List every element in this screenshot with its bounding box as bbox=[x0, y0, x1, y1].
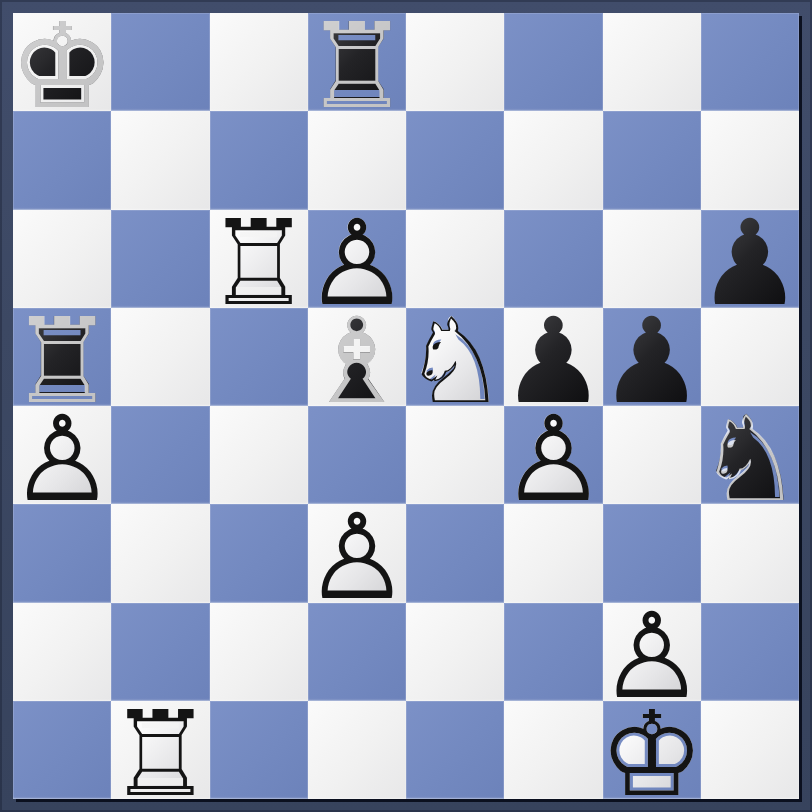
square-g8[interactable] bbox=[603, 13, 701, 111]
square-h3[interactable] bbox=[701, 504, 799, 602]
square-a3[interactable] bbox=[13, 504, 111, 602]
square-a1[interactable] bbox=[13, 701, 111, 799]
square-a5[interactable]: ♜♖ bbox=[13, 308, 111, 406]
square-f6[interactable] bbox=[504, 210, 602, 308]
rook-fill-layer: ♜ bbox=[13, 312, 111, 410]
square-d2[interactable] bbox=[308, 603, 406, 701]
knight-outline-layer: ♘ bbox=[701, 410, 799, 508]
black-pawn[interactable]: ♟♙ bbox=[603, 308, 701, 406]
square-f3[interactable] bbox=[504, 504, 602, 602]
rook-fill-layer: ♜ bbox=[308, 17, 406, 115]
knight-outline-layer: ♘ bbox=[406, 312, 504, 410]
rook-outline-layer: ♖ bbox=[308, 17, 406, 115]
knight-fill-layer: ♞ bbox=[406, 312, 504, 410]
bishop-fill-layer: ♝ bbox=[308, 312, 406, 410]
black-pawn[interactable]: ♟♙ bbox=[701, 210, 799, 308]
black-rook[interactable]: ♜♖ bbox=[308, 13, 406, 111]
pawn-outline-layer: ♙ bbox=[13, 410, 111, 508]
square-b1[interactable]: ♜♖ bbox=[111, 701, 209, 799]
square-g2[interactable]: ♟♙ bbox=[603, 603, 701, 701]
king-fill-layer: ♚ bbox=[13, 17, 111, 115]
white-rook[interactable]: ♜♖ bbox=[111, 701, 209, 799]
square-d7[interactable] bbox=[308, 111, 406, 209]
square-f8[interactable] bbox=[504, 13, 602, 111]
square-c4[interactable] bbox=[210, 406, 308, 504]
rook-fill-layer: ♜ bbox=[210, 214, 308, 312]
chess-board: ♚♔♜♖♜♖♟♙♟♙♜♖♝♗♞♘♟♙♟♙♟♙♟♙♞♘♟♙♟♙♜♖♚♔ bbox=[13, 13, 799, 799]
pawn-outline-layer: ♙ bbox=[504, 410, 602, 508]
chess-board-frame: ♚♔♜♖♜♖♟♙♟♙♜♖♝♗♞♘♟♙♟♙♟♙♟♙♞♘♟♙♟♙♜♖♚♔ bbox=[0, 0, 812, 812]
square-b8[interactable] bbox=[111, 13, 209, 111]
square-a4[interactable]: ♟♙ bbox=[13, 406, 111, 504]
pawn-fill-layer: ♟ bbox=[308, 214, 406, 312]
square-e8[interactable] bbox=[406, 13, 504, 111]
square-c8[interactable] bbox=[210, 13, 308, 111]
square-d6[interactable]: ♟♙ bbox=[308, 210, 406, 308]
square-g6[interactable] bbox=[603, 210, 701, 308]
square-e1[interactable] bbox=[406, 701, 504, 799]
square-c3[interactable] bbox=[210, 504, 308, 602]
square-d3[interactable]: ♟♙ bbox=[308, 504, 406, 602]
square-f2[interactable] bbox=[504, 603, 602, 701]
bishop-outline-layer: ♗ bbox=[308, 312, 406, 410]
square-a7[interactable] bbox=[13, 111, 111, 209]
pawn-fill-layer: ♟ bbox=[603, 312, 701, 410]
square-h6[interactable]: ♟♙ bbox=[701, 210, 799, 308]
square-g3[interactable] bbox=[603, 504, 701, 602]
pawn-outline-layer: ♙ bbox=[603, 607, 701, 705]
square-f5[interactable]: ♟♙ bbox=[504, 308, 602, 406]
square-h2[interactable] bbox=[701, 603, 799, 701]
white-pawn[interactable]: ♟♙ bbox=[504, 406, 602, 504]
square-c5[interactable] bbox=[210, 308, 308, 406]
king-outline-layer: ♔ bbox=[603, 705, 701, 803]
king-fill-layer: ♚ bbox=[603, 705, 701, 803]
white-knight[interactable]: ♞♘ bbox=[406, 308, 504, 406]
black-bishop[interactable]: ♝♗ bbox=[308, 308, 406, 406]
square-a8[interactable]: ♚♔ bbox=[13, 13, 111, 111]
white-rook[interactable]: ♜♖ bbox=[210, 210, 308, 308]
white-pawn[interactable]: ♟♙ bbox=[603, 603, 701, 701]
square-a2[interactable] bbox=[13, 603, 111, 701]
square-b6[interactable] bbox=[111, 210, 209, 308]
square-e4[interactable] bbox=[406, 406, 504, 504]
pawn-fill-layer: ♟ bbox=[603, 607, 701, 705]
square-e5[interactable]: ♞♘ bbox=[406, 308, 504, 406]
square-c2[interactable] bbox=[210, 603, 308, 701]
square-g5[interactable]: ♟♙ bbox=[603, 308, 701, 406]
square-c6[interactable]: ♜♖ bbox=[210, 210, 308, 308]
black-pawn[interactable]: ♟♙ bbox=[504, 308, 602, 406]
rook-outline-layer: ♖ bbox=[210, 214, 308, 312]
king-outline-layer: ♔ bbox=[13, 17, 111, 115]
square-f1[interactable] bbox=[504, 701, 602, 799]
square-d4[interactable] bbox=[308, 406, 406, 504]
white-king[interactable]: ♚♔ bbox=[603, 701, 701, 799]
square-h1[interactable] bbox=[701, 701, 799, 799]
square-c7[interactable] bbox=[210, 111, 308, 209]
square-f4[interactable]: ♟♙ bbox=[504, 406, 602, 504]
square-d5[interactable]: ♝♗ bbox=[308, 308, 406, 406]
square-g7[interactable] bbox=[603, 111, 701, 209]
pawn-outline-layer: ♙ bbox=[308, 214, 406, 312]
square-h8[interactable] bbox=[701, 13, 799, 111]
square-e3[interactable] bbox=[406, 504, 504, 602]
square-h7[interactable] bbox=[701, 111, 799, 209]
square-b2[interactable] bbox=[111, 603, 209, 701]
pawn-fill-layer: ♟ bbox=[13, 410, 111, 508]
square-g4[interactable] bbox=[603, 406, 701, 504]
square-e2[interactable] bbox=[406, 603, 504, 701]
pawn-fill-layer: ♟ bbox=[504, 410, 602, 508]
square-b4[interactable] bbox=[111, 406, 209, 504]
rook-outline-layer: ♖ bbox=[111, 705, 209, 803]
pawn-fill-layer: ♟ bbox=[504, 312, 602, 410]
square-d1[interactable] bbox=[308, 701, 406, 799]
white-pawn[interactable]: ♟♙ bbox=[13, 406, 111, 504]
square-b7[interactable] bbox=[111, 111, 209, 209]
square-a6[interactable] bbox=[13, 210, 111, 308]
pawn-outline-layer: ♙ bbox=[308, 509, 406, 607]
rook-fill-layer: ♜ bbox=[111, 705, 209, 803]
pawn-fill-layer: ♟ bbox=[701, 214, 799, 312]
square-g1[interactable]: ♚♔ bbox=[603, 701, 701, 799]
square-b5[interactable] bbox=[111, 308, 209, 406]
square-c1[interactable] bbox=[210, 701, 308, 799]
square-e7[interactable] bbox=[406, 111, 504, 209]
square-h4[interactable]: ♞♘ bbox=[701, 406, 799, 504]
square-f7[interactable] bbox=[504, 111, 602, 209]
pawn-fill-layer: ♟ bbox=[308, 509, 406, 607]
rook-outline-layer: ♖ bbox=[13, 312, 111, 410]
white-pawn[interactable]: ♟♙ bbox=[308, 504, 406, 602]
square-e6[interactable] bbox=[406, 210, 504, 308]
black-knight[interactable]: ♞♘ bbox=[701, 406, 799, 504]
square-b3[interactable] bbox=[111, 504, 209, 602]
black-king[interactable]: ♚♔ bbox=[13, 13, 111, 111]
square-d8[interactable]: ♜♖ bbox=[308, 13, 406, 111]
knight-fill-layer: ♞ bbox=[701, 410, 799, 508]
black-rook[interactable]: ♜♖ bbox=[13, 308, 111, 406]
square-h5[interactable] bbox=[701, 308, 799, 406]
white-pawn[interactable]: ♟♙ bbox=[308, 210, 406, 308]
